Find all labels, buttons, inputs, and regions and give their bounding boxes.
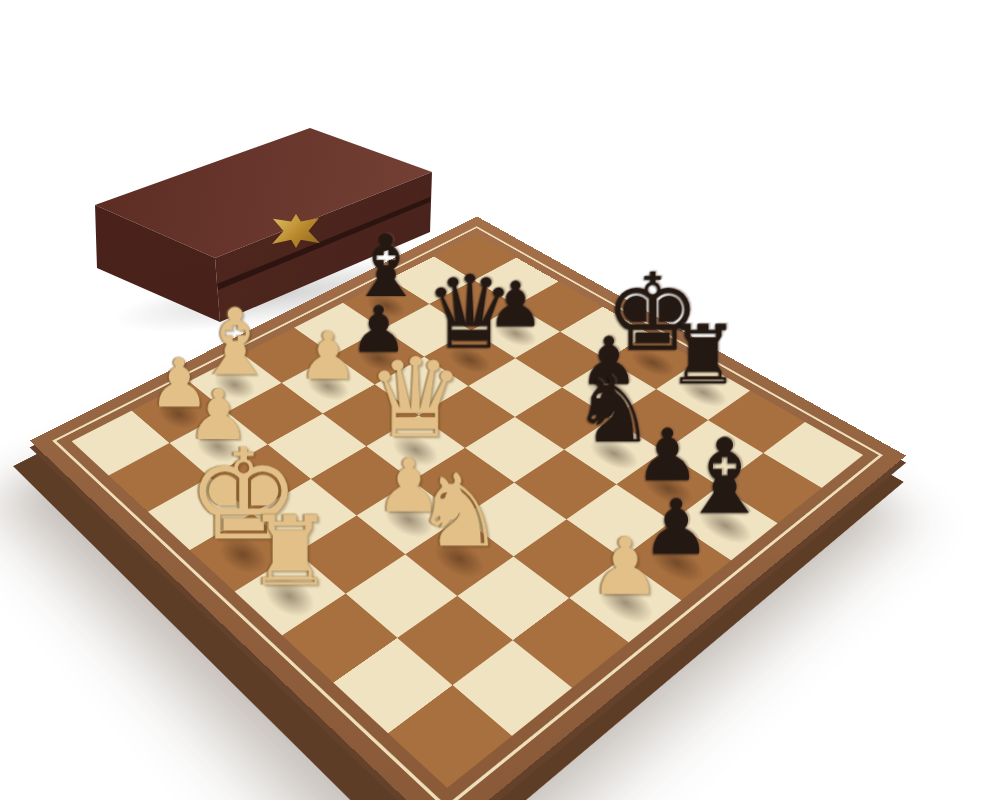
white-knight-icon: ♞ (414, 461, 504, 562)
chess-set-photo: ♚♜♟♟♝♛♞♟♝♟♟♟♛♟♝♟♞♟♟♚♜ (0, 0, 1000, 800)
black-rook-icon: ♜ (666, 314, 739, 396)
white-rook-icon: ♜ (247, 503, 334, 600)
white-queen-icon: ♛ (366, 343, 465, 453)
white-pawn-icon: ♟ (590, 527, 661, 606)
white-pawn-icon: ♟ (299, 323, 358, 389)
